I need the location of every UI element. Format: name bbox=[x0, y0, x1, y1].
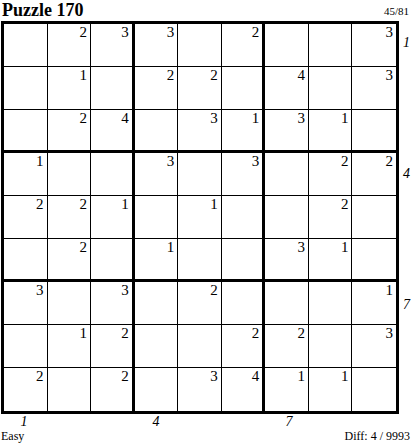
cell-r1c1[interactable] bbox=[4, 24, 48, 67]
cell-r5c9[interactable] bbox=[352, 196, 396, 239]
cell-r4c1[interactable]: 1 bbox=[4, 153, 48, 196]
row-label-7: 7 bbox=[403, 298, 412, 312]
cell-r9c8[interactable]: 1 bbox=[309, 368, 353, 411]
cell-r2c2[interactable]: 1 bbox=[48, 67, 92, 110]
cell-r5c4[interactable] bbox=[135, 196, 179, 239]
cell-r9c9[interactable] bbox=[352, 368, 396, 411]
cell-r3c4[interactable] bbox=[135, 110, 179, 153]
cell-r8c2[interactable]: 1 bbox=[48, 325, 92, 368]
cell-r6c5[interactable] bbox=[178, 239, 222, 282]
cell-r2c4[interactable]: 2 bbox=[135, 67, 179, 110]
col-label-4: 4 bbox=[134, 415, 178, 429]
cell-r4c8[interactable]: 2 bbox=[309, 153, 353, 196]
cell-r5c7[interactable] bbox=[265, 196, 309, 239]
clue-count: 45/81 bbox=[384, 5, 409, 17]
cell-r1c8[interactable] bbox=[309, 24, 353, 67]
puzzle-page: Puzzle 170 45/81 23323122432431311332222… bbox=[0, 0, 412, 446]
col-label-1: 1 bbox=[2, 415, 46, 429]
cell-r4c9[interactable]: 2 bbox=[352, 153, 396, 196]
cell-r4c2[interactable] bbox=[48, 153, 92, 196]
cell-r1c3[interactable]: 3 bbox=[91, 24, 135, 67]
cell-r7c8[interactable] bbox=[309, 282, 353, 325]
cell-r3c5[interactable]: 3 bbox=[178, 110, 222, 153]
cell-r8c9[interactable]: 3 bbox=[352, 325, 396, 368]
difficulty-score: Diff: 4 / 9993 bbox=[345, 430, 410, 443]
cell-r2c5[interactable]: 2 bbox=[178, 67, 222, 110]
cell-r7c9[interactable]: 1 bbox=[352, 282, 396, 325]
cell-r9c3[interactable]: 2 bbox=[91, 368, 135, 411]
cell-r9c2[interactable] bbox=[48, 368, 92, 411]
cell-r2c9[interactable]: 3 bbox=[352, 67, 396, 110]
cell-r1c5[interactable] bbox=[178, 24, 222, 67]
cell-r8c1[interactable] bbox=[4, 325, 48, 368]
cell-r2c1[interactable] bbox=[4, 67, 48, 110]
cell-r5c3[interactable]: 1 bbox=[91, 196, 135, 239]
cell-r3c9[interactable] bbox=[352, 110, 396, 153]
col-label-7: 7 bbox=[267, 415, 311, 429]
cell-r6c9[interactable] bbox=[352, 239, 396, 282]
cell-r2c6[interactable] bbox=[222, 67, 266, 110]
cell-r6c2[interactable]: 2 bbox=[48, 239, 92, 282]
cell-r7c5[interactable]: 2 bbox=[178, 282, 222, 325]
cell-r1c9[interactable]: 3 bbox=[352, 24, 396, 67]
cell-r8c7[interactable]: 2 bbox=[265, 325, 309, 368]
cell-r9c6[interactable]: 4 bbox=[222, 368, 266, 411]
cell-r9c7[interactable]: 1 bbox=[265, 368, 309, 411]
cell-r6c6[interactable] bbox=[222, 239, 266, 282]
puzzle-board: 2332312243243131133222211221313321122232… bbox=[1, 21, 399, 414]
difficulty-label: Easy bbox=[1, 430, 24, 443]
cell-r1c2[interactable]: 2 bbox=[48, 24, 92, 67]
cell-r5c5[interactable]: 1 bbox=[178, 196, 222, 239]
cell-r4c7[interactable] bbox=[265, 153, 309, 196]
cell-r7c6[interactable] bbox=[222, 282, 266, 325]
cell-r3c2[interactable]: 2 bbox=[48, 110, 92, 153]
cell-r8c5[interactable] bbox=[178, 325, 222, 368]
cell-r5c2[interactable]: 2 bbox=[48, 196, 92, 239]
cell-r9c5[interactable]: 3 bbox=[178, 368, 222, 411]
cell-r4c6[interactable]: 3 bbox=[222, 153, 266, 196]
cell-r5c6[interactable] bbox=[222, 196, 266, 239]
cell-r7c2[interactable] bbox=[48, 282, 92, 325]
cell-r7c4[interactable] bbox=[135, 282, 179, 325]
cell-r5c1[interactable]: 2 bbox=[4, 196, 48, 239]
cell-r1c7[interactable] bbox=[265, 24, 309, 67]
row-label-4: 4 bbox=[403, 167, 412, 181]
cell-r9c1[interactable]: 2 bbox=[4, 368, 48, 411]
puzzle-title: Puzzle 170 bbox=[2, 1, 83, 19]
cell-r3c7[interactable]: 3 bbox=[265, 110, 309, 153]
cell-r8c4[interactable] bbox=[135, 325, 179, 368]
cell-r1c4[interactable]: 3 bbox=[135, 24, 179, 67]
cell-r8c3[interactable]: 2 bbox=[91, 325, 135, 368]
cell-r4c4[interactable]: 3 bbox=[135, 153, 179, 196]
cell-r6c3[interactable] bbox=[91, 239, 135, 282]
row-label-1: 1 bbox=[403, 36, 412, 50]
cell-r2c7[interactable]: 4 bbox=[265, 67, 309, 110]
cell-r9c4[interactable] bbox=[135, 368, 179, 411]
cell-r6c7[interactable]: 3 bbox=[265, 239, 309, 282]
cell-r2c8[interactable] bbox=[309, 67, 353, 110]
cell-r6c8[interactable]: 1 bbox=[309, 239, 353, 282]
cell-r4c5[interactable] bbox=[178, 153, 222, 196]
cell-r3c8[interactable]: 1 bbox=[309, 110, 353, 153]
cell-r4c3[interactable] bbox=[91, 153, 135, 196]
cell-r2c3[interactable] bbox=[91, 67, 135, 110]
cell-r5c8[interactable]: 2 bbox=[309, 196, 353, 239]
cell-r8c8[interactable] bbox=[309, 325, 353, 368]
cell-r6c4[interactable]: 1 bbox=[135, 239, 179, 282]
cell-r1c6[interactable]: 2 bbox=[222, 24, 266, 67]
cell-r3c3[interactable]: 4 bbox=[91, 110, 135, 153]
cell-r3c6[interactable]: 1 bbox=[222, 110, 266, 153]
cell-r3c1[interactable] bbox=[4, 110, 48, 153]
cell-r7c1[interactable]: 3 bbox=[4, 282, 48, 325]
cell-r7c3[interactable]: 3 bbox=[91, 282, 135, 325]
cell-r8c6[interactable]: 2 bbox=[222, 325, 266, 368]
cell-r7c7[interactable] bbox=[265, 282, 309, 325]
cell-r6c1[interactable] bbox=[4, 239, 48, 282]
